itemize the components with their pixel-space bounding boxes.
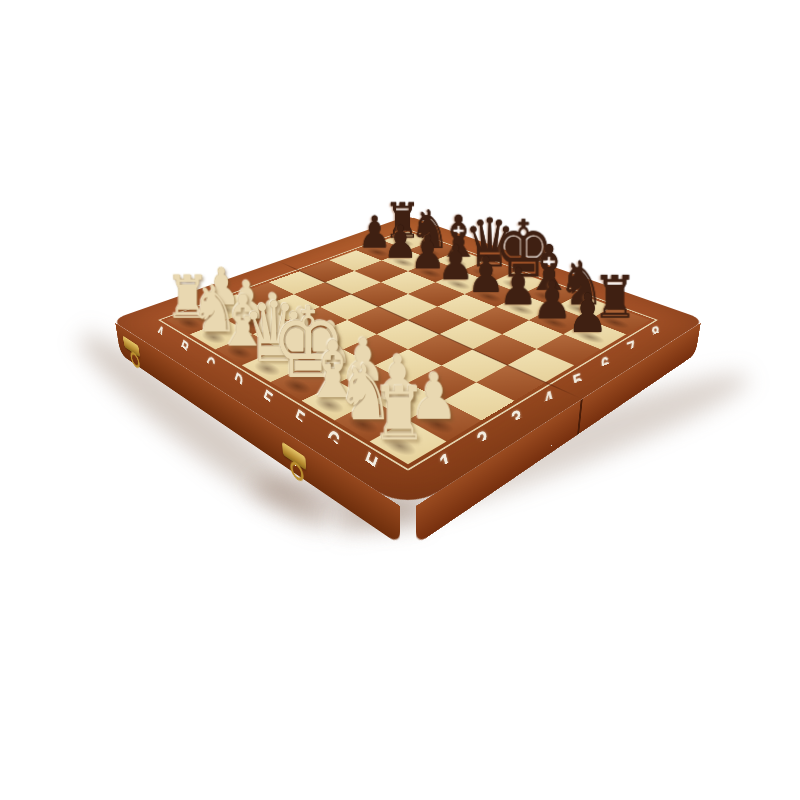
- square-f4: [408, 334, 472, 365]
- clasp-hook-icon: [129, 350, 140, 371]
- file-label-c: C: [203, 351, 218, 379]
- file-label-g: G: [323, 424, 343, 457]
- rank-label-6: 6: [599, 352, 613, 378]
- piece-shadow: [388, 257, 418, 269]
- piece-black-bishop-f8: ♝: [525, 240, 560, 298]
- square-e4: [377, 320, 439, 349]
- rank-label-4: 4: [541, 386, 557, 414]
- file-label-a: A: [153, 321, 166, 347]
- piece-black-knight-g8: ♞: [558, 255, 594, 311]
- file-label-b: B: [177, 335, 191, 362]
- board-frame: ♜♞♝♛♚♝♞♜♟♟♟♟♟♟♟♟♟♟♟♟♟♟♟♟♜♞♝♛♚♝♞♜ ABCDEFG…: [111, 216, 705, 511]
- piece-shadow: [469, 267, 500, 279]
- rank-label-1: 1: [437, 448, 455, 480]
- brass-clasp-icon: [123, 335, 141, 357]
- file-label-d: D: [230, 367, 246, 396]
- chess-set-product-photo: ♜♞♝♛♚♝♞♜♟♟♟♟♟♟♟♟♟♟♟♟♟♟♟♟♜♞♝♛♚♝♞♜ ABCDEFG…: [0, 0, 800, 800]
- rank-label-8: 8: [650, 321, 663, 346]
- fold-seam-edge: [577, 399, 583, 436]
- chess-board: ♜♞♝♛♚♝♞♜♟♟♟♟♟♟♟♟♟♟♟♟♟♟♟♟♜♞♝♛♚♝♞♜ ABCDEFG…: [111, 216, 705, 511]
- brass-clasp-icon: [282, 441, 306, 470]
- rank-label-5: 5: [571, 368, 586, 395]
- piece-black-rook-a8: ♜: [384, 199, 414, 243]
- piece-shadow: [597, 315, 633, 331]
- piece-shadow: [234, 315, 267, 331]
- piece-shadow: [209, 302, 240, 317]
- file-label-e: E: [259, 385, 275, 415]
- rank-label-7: 7: [625, 336, 638, 362]
- file-label-h: H: [359, 446, 380, 480]
- file-label-f: F: [290, 405, 307, 435]
- square-e3: [344, 334, 408, 365]
- perspective-scene: ♜♞♝♛♚♝♞♜♟♟♟♟♟♟♟♟♟♟♟♟♟♟♟♟♜♞♝♛♚♝♞♜ ABCDEFG…: [0, 0, 800, 800]
- rank-label-3: 3: [509, 405, 525, 435]
- rank-label-2: 2: [474, 425, 491, 456]
- clasp-hook-icon: [290, 459, 304, 485]
